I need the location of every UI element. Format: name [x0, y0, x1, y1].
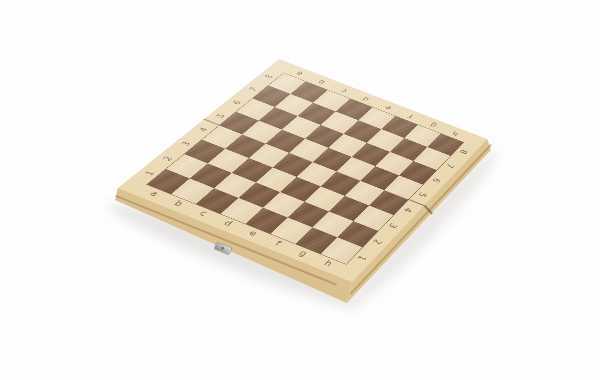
clasp-pin: [221, 246, 225, 250]
chessboard-product-photo: abcdefgh abcdefgh 87654321 87654321: [0, 0, 600, 380]
chess-board: abcdefgh abcdefgh 87654321 87654321: [118, 59, 487, 282]
